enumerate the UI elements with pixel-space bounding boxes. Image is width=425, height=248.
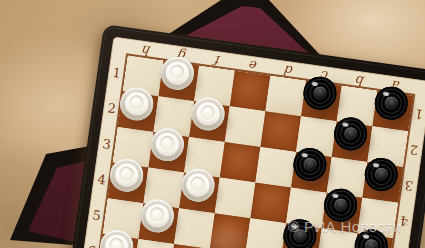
square-e2[interactable]: [225, 106, 266, 147]
square-d3[interactable]: [255, 147, 296, 188]
square-e3[interactable]: [220, 142, 261, 183]
square-e4[interactable]: [215, 178, 256, 219]
square-d5[interactable]: [245, 218, 286, 248]
photo-scene: hgfedcba 12345678 12345678 © РИА Новости…: [0, 0, 425, 248]
square-d1[interactable]: [265, 76, 306, 117]
square-d2[interactable]: [260, 111, 301, 152]
square-e5[interactable]: [210, 213, 251, 248]
board-margin: hgfedcba 12345678 12345678: [69, 36, 425, 248]
square-f5[interactable]: [174, 208, 215, 248]
watermark-star-icon: ✶: [402, 218, 410, 228]
square-d4[interactable]: [250, 183, 291, 224]
watermark-text: © РИА Новости: [288, 218, 401, 235]
square-e1[interactable]: [230, 71, 271, 112]
watermark: © РИА Новости✶: [288, 218, 410, 235]
